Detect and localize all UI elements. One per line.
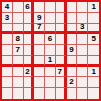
cell-r9c7[interactable] bbox=[67, 88, 78, 99]
cell-r7c7[interactable] bbox=[67, 67, 78, 78]
cell-r5c7[interactable]: 9 bbox=[67, 45, 78, 56]
cell-r5c2[interactable]: 7 bbox=[13, 45, 24, 56]
cell-r2c6[interactable] bbox=[56, 13, 67, 24]
cell-r7c2[interactable] bbox=[13, 67, 24, 78]
cell-r7c1[interactable] bbox=[2, 67, 13, 78]
cell-r7c4[interactable] bbox=[34, 67, 45, 78]
cell-r9c3[interactable] bbox=[24, 88, 35, 99]
cell-r4c2[interactable]: 8 bbox=[13, 34, 24, 45]
cell-r8c1[interactable] bbox=[2, 77, 13, 88]
cell-r7c9[interactable]: 1 bbox=[88, 67, 99, 78]
cell-r2c8[interactable] bbox=[77, 13, 88, 24]
cell-r6c1[interactable] bbox=[2, 56, 13, 67]
cell-r7c3[interactable]: 2 bbox=[24, 67, 35, 78]
cell-r9c4[interactable] bbox=[34, 88, 45, 99]
cell-r6c9[interactable] bbox=[88, 56, 99, 67]
cell-r1c4[interactable] bbox=[34, 2, 45, 13]
cell-r6c5[interactable]: 1 bbox=[45, 56, 56, 67]
cell-r3c3[interactable] bbox=[24, 24, 35, 35]
cell-r3c4[interactable]: 7 bbox=[34, 24, 45, 35]
cell-r9c8[interactable] bbox=[77, 88, 88, 99]
cell-r8c7[interactable]: 2 bbox=[67, 77, 78, 88]
cell-r2c2[interactable] bbox=[13, 13, 24, 24]
cell-r2c3[interactable] bbox=[24, 13, 35, 24]
cell-r4c6[interactable] bbox=[56, 34, 67, 45]
cell-r6c2[interactable] bbox=[13, 56, 24, 67]
cell-r1c5[interactable] bbox=[45, 2, 56, 13]
cell-r4c9[interactable]: 5 bbox=[88, 34, 99, 45]
cell-r4c8[interactable] bbox=[77, 34, 88, 45]
cell-r8c5[interactable] bbox=[45, 77, 56, 88]
cell-r4c4[interactable] bbox=[34, 34, 45, 45]
cell-r7c5[interactable] bbox=[45, 67, 56, 78]
cell-r2c1[interactable]: 3 bbox=[2, 13, 13, 24]
cell-r2c4[interactable]: 9 bbox=[34, 13, 45, 24]
cell-r3c2[interactable] bbox=[13, 24, 24, 35]
cell-r9c2[interactable] bbox=[13, 88, 24, 99]
cell-r2c7[interactable] bbox=[67, 13, 78, 24]
cell-r4c5[interactable]: 6 bbox=[45, 34, 56, 45]
cell-r6c4[interactable] bbox=[34, 56, 45, 67]
cell-r6c7[interactable] bbox=[67, 56, 78, 67]
cell-r5c9[interactable] bbox=[88, 45, 99, 56]
cell-r1c6[interactable] bbox=[56, 2, 67, 13]
cell-r9c9[interactable] bbox=[88, 88, 99, 99]
cell-r5c1[interactable] bbox=[2, 45, 13, 56]
sudoku-board: 46139738657912712 bbox=[0, 0, 101, 101]
cell-r3c1[interactable] bbox=[2, 24, 13, 35]
cell-r2c5[interactable] bbox=[45, 13, 56, 24]
cell-r1c1[interactable]: 4 bbox=[2, 2, 13, 13]
cell-r1c7[interactable] bbox=[67, 2, 78, 13]
cell-r3c8[interactable]: 3 bbox=[77, 24, 88, 35]
cell-r1c8[interactable] bbox=[77, 2, 88, 13]
cell-r5c6[interactable] bbox=[56, 45, 67, 56]
cell-r7c8[interactable] bbox=[77, 67, 88, 78]
cell-r1c3[interactable]: 6 bbox=[24, 2, 35, 13]
cell-r4c1[interactable] bbox=[2, 34, 13, 45]
cell-r9c6[interactable] bbox=[56, 88, 67, 99]
cell-r1c2[interactable] bbox=[13, 2, 24, 13]
cell-r5c5[interactable] bbox=[45, 45, 56, 56]
cell-r8c2[interactable] bbox=[13, 77, 24, 88]
cell-r4c7[interactable] bbox=[67, 34, 78, 45]
cell-r5c8[interactable] bbox=[77, 45, 88, 56]
cell-r8c6[interactable] bbox=[56, 77, 67, 88]
cell-r9c1[interactable] bbox=[2, 88, 13, 99]
cell-r2c9[interactable] bbox=[88, 13, 99, 24]
cell-r8c4[interactable] bbox=[34, 77, 45, 88]
cell-r5c3[interactable] bbox=[24, 45, 35, 56]
cell-r8c3[interactable] bbox=[24, 77, 35, 88]
cell-r8c8[interactable] bbox=[77, 77, 88, 88]
cell-r3c5[interactable] bbox=[45, 24, 56, 35]
cell-r8c9[interactable] bbox=[88, 77, 99, 88]
cell-r6c8[interactable] bbox=[77, 56, 88, 67]
cell-r1c9[interactable]: 1 bbox=[88, 2, 99, 13]
cell-r3c9[interactable] bbox=[88, 24, 99, 35]
cell-r6c6[interactable] bbox=[56, 56, 67, 67]
cell-r6c3[interactable] bbox=[24, 56, 35, 67]
cell-r3c7[interactable] bbox=[67, 24, 78, 35]
cell-r3c6[interactable] bbox=[56, 24, 67, 35]
cell-r5c4[interactable] bbox=[34, 45, 45, 56]
cell-r4c3[interactable] bbox=[24, 34, 35, 45]
cell-r9c5[interactable] bbox=[45, 88, 56, 99]
cell-r7c6[interactable]: 7 bbox=[56, 67, 67, 78]
